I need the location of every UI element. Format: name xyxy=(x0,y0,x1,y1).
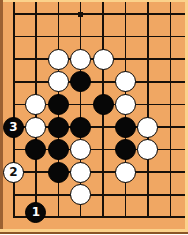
go-stone-white-C7 xyxy=(48,71,69,92)
go-stone-white-F6 xyxy=(115,94,136,115)
grid-line-vertical-A xyxy=(13,2,15,218)
star-point-D10 xyxy=(78,12,83,17)
move-number-label: 3 xyxy=(9,121,17,133)
go-stone-black-C6 xyxy=(48,94,69,115)
go-stone-black-B1: 1 xyxy=(25,202,46,223)
go-stone-black-F5 xyxy=(115,117,136,138)
go-stone-white-E8 xyxy=(93,49,114,70)
go-stone-white-F3 xyxy=(115,162,136,183)
go-stone-black-B4 xyxy=(25,139,46,160)
grid-line-horizontal-2 xyxy=(13,194,186,196)
move-number-label: 2 xyxy=(9,166,17,178)
go-stone-white-G4 xyxy=(137,139,158,160)
board-frame-top xyxy=(0,0,188,2)
board-frame-bottom xyxy=(0,232,188,235)
go-stone-white-A3: 2 xyxy=(3,162,24,183)
go-stone-black-A5: 3 xyxy=(3,117,24,138)
go-stone-white-C8 xyxy=(48,49,69,70)
grid-line-vertical-H xyxy=(170,2,172,218)
go-stone-black-C4 xyxy=(48,139,69,160)
go-stone-white-D2 xyxy=(70,184,91,205)
go-stone-white-F7 xyxy=(115,71,136,92)
go-stone-white-D3 xyxy=(70,162,91,183)
go-board: 312 xyxy=(0,0,188,234)
go-stone-black-D7 xyxy=(70,71,91,92)
go-diagram: 312 xyxy=(0,0,188,234)
go-stone-black-C5 xyxy=(48,117,69,138)
board-frame-left xyxy=(0,0,3,234)
grid-line-horizontal-7 xyxy=(13,81,186,83)
grid-line-vertical-G xyxy=(147,2,149,218)
go-stone-white-B5 xyxy=(25,117,46,138)
go-stone-black-F4 xyxy=(115,139,136,160)
go-stone-white-B6 xyxy=(25,94,46,115)
go-stone-black-E6 xyxy=(93,94,114,115)
move-number-label: 1 xyxy=(32,206,40,218)
grid-line-horizontal-9 xyxy=(13,36,186,38)
grid-line-horizontal-10 xyxy=(13,13,186,15)
grid-line-horizontal-3 xyxy=(13,171,186,173)
go-stone-white-G5 xyxy=(137,117,158,138)
board-frame-right xyxy=(185,0,188,234)
go-stone-white-D4 xyxy=(70,139,91,160)
go-stone-black-D5 xyxy=(70,117,91,138)
go-stone-white-D8 xyxy=(70,49,91,70)
go-stone-black-C3 xyxy=(48,162,69,183)
